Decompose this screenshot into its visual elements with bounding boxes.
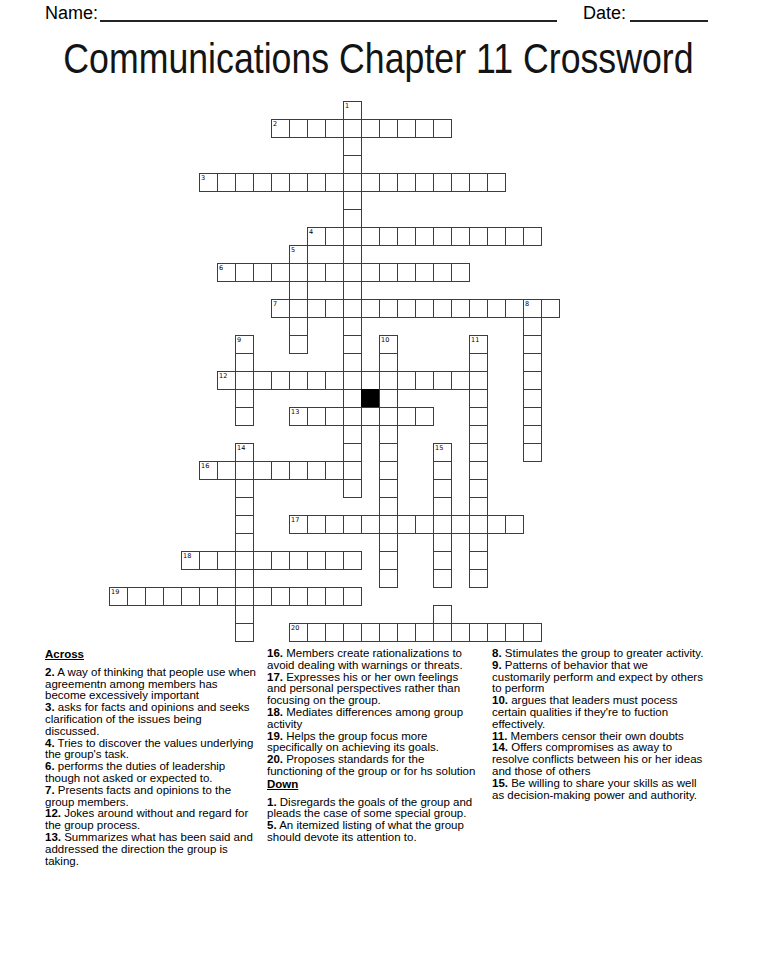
grid-cell[interactable] xyxy=(379,227,398,246)
grid-cell[interactable] xyxy=(343,461,362,480)
cell-number: 4 xyxy=(309,229,313,236)
grid-cell[interactable] xyxy=(415,173,434,192)
grid-cell[interactable] xyxy=(235,515,254,534)
grid-cell[interactable] xyxy=(343,353,362,372)
grid-cell[interactable] xyxy=(433,227,452,246)
cell-number: 9 xyxy=(237,337,241,344)
grid-cell[interactable] xyxy=(433,119,452,138)
grid-cell[interactable] xyxy=(307,623,326,642)
grid-cell[interactable] xyxy=(361,515,380,534)
grid-cell[interactable] xyxy=(469,515,488,534)
grid-cell[interactable] xyxy=(343,425,362,444)
clue-5: 5. An itemized listing of what the group… xyxy=(267,820,479,844)
cell-number: 14 xyxy=(237,445,245,452)
grid-cell[interactable] xyxy=(433,461,452,480)
grid-cell[interactable] xyxy=(361,299,380,318)
grid-cell[interactable] xyxy=(307,515,326,534)
grid-cell[interactable] xyxy=(361,227,380,246)
grid-cell[interactable] xyxy=(235,263,254,282)
grid-cell[interactable] xyxy=(505,623,524,642)
grid-cell[interactable] xyxy=(253,371,272,390)
grid-cell[interactable] xyxy=(271,551,290,570)
grid-cell[interactable] xyxy=(433,371,452,390)
clue-17: 17. Expresses his or her own feelings an… xyxy=(267,672,479,707)
grid-cell[interactable] xyxy=(487,227,506,246)
grid-cell[interactable] xyxy=(289,461,308,480)
grid-cell[interactable] xyxy=(379,299,398,318)
clue-1: 1. Disregards the goals of the group and… xyxy=(267,797,479,821)
cell-number: 1 xyxy=(345,103,349,110)
grid-cell[interactable] xyxy=(469,479,488,498)
grid-cell[interactable] xyxy=(433,515,452,534)
grid-cell[interactable] xyxy=(433,479,452,498)
grid-cell[interactable] xyxy=(307,407,326,426)
grid-cell[interactable] xyxy=(361,623,380,642)
grid-cell[interactable] xyxy=(199,587,218,606)
grid-cell[interactable] xyxy=(469,371,488,390)
grid-cell[interactable] xyxy=(235,569,254,588)
grid-cell[interactable] xyxy=(397,407,416,426)
cell-number: 20 xyxy=(291,625,299,632)
grid-cell[interactable] xyxy=(523,371,542,390)
grid-cell[interactable] xyxy=(415,263,434,282)
grid-cell[interactable] xyxy=(523,425,542,444)
grid-cell[interactable] xyxy=(469,497,488,516)
grid-cell[interactable] xyxy=(289,335,308,354)
across-header: Across xyxy=(45,649,257,661)
grid-cell[interactable] xyxy=(253,263,272,282)
grid-cell[interactable] xyxy=(343,317,362,336)
clue-16: 16. Members create rationalizations to a… xyxy=(267,648,479,672)
cell-number: 8 xyxy=(525,301,529,308)
grid-cell[interactable] xyxy=(325,227,344,246)
grid-cell[interactable] xyxy=(451,299,470,318)
grid-cell[interactable] xyxy=(307,587,326,606)
date-label: Date: xyxy=(583,3,626,24)
clue-14: 14. Offers compromises as away to resolv… xyxy=(492,742,704,777)
grid-cell[interactable] xyxy=(523,353,542,372)
grid-cell[interactable] xyxy=(415,299,434,318)
grid-cell[interactable] xyxy=(325,587,344,606)
grid-cell[interactable] xyxy=(379,371,398,390)
grid-cell[interactable] xyxy=(469,533,488,552)
grid-cell[interactable] xyxy=(217,587,236,606)
grid-cell[interactable] xyxy=(361,371,380,390)
grid-cell[interactable] xyxy=(433,605,452,624)
grid-cell[interactable] xyxy=(523,443,542,462)
grid-cell[interactable] xyxy=(397,263,416,282)
grid-cell[interactable] xyxy=(325,461,344,480)
grid-cell[interactable] xyxy=(379,461,398,480)
grid-cell[interactable] xyxy=(379,497,398,516)
grid-cell[interactable] xyxy=(523,335,542,354)
cell-number: 7 xyxy=(273,301,277,308)
grid-cell[interactable] xyxy=(379,263,398,282)
grid-cell[interactable] xyxy=(487,299,506,318)
grid-cell[interactable] xyxy=(235,623,254,642)
grid-cell[interactable] xyxy=(469,461,488,480)
grid-cell[interactable] xyxy=(379,353,398,372)
cell-number: 2 xyxy=(273,121,277,128)
grid-cell[interactable] xyxy=(361,263,380,282)
grid-cell[interactable] xyxy=(289,317,308,336)
grid-cell[interactable] xyxy=(433,569,452,588)
grid-cell[interactable] xyxy=(343,155,362,174)
grid-cell[interactable] xyxy=(469,389,488,408)
grid-cell[interactable] xyxy=(343,623,362,642)
grid-cell[interactable] xyxy=(289,119,308,138)
grid-cell[interactable] xyxy=(343,281,362,300)
grid-cell[interactable] xyxy=(289,281,308,300)
grid-cell[interactable] xyxy=(235,407,254,426)
grid-cell[interactable] xyxy=(451,515,470,534)
grid-cell[interactable] xyxy=(469,551,488,570)
grid-cell[interactable] xyxy=(397,173,416,192)
grid-cell[interactable] xyxy=(271,371,290,390)
grid-cell[interactable] xyxy=(523,317,542,336)
grid-cell[interactable] xyxy=(289,299,308,318)
grid-cell[interactable] xyxy=(379,533,398,552)
grid-cell[interactable] xyxy=(217,173,236,192)
grid-cell[interactable] xyxy=(343,119,362,138)
grid-cell[interactable] xyxy=(451,263,470,282)
grid-cell[interactable] xyxy=(343,389,362,408)
grid-cell[interactable] xyxy=(343,173,362,192)
clue-column-across: Across2. A way of thinking that people u… xyxy=(45,648,257,867)
crossword-grid: 2346712131617181920158910111415 xyxy=(109,101,561,643)
grid-cell[interactable] xyxy=(307,299,326,318)
grid-cell[interactable] xyxy=(343,551,362,570)
grid-cell[interactable] xyxy=(343,335,362,354)
grid-cell[interactable] xyxy=(235,371,254,390)
clue-9: 9. Patterns of behavior that we customar… xyxy=(492,660,704,695)
grid-cell[interactable] xyxy=(343,263,362,282)
grid-cell[interactable] xyxy=(235,389,254,408)
name-label: Name: xyxy=(45,3,98,24)
grid-cell[interactable] xyxy=(361,173,380,192)
grid-cell[interactable] xyxy=(325,551,344,570)
grid-cell[interactable] xyxy=(469,227,488,246)
grid-cell[interactable] xyxy=(505,227,524,246)
grid-cell[interactable] xyxy=(343,515,362,534)
worksheet-page: Name: Date: Communications Chapter 11 Cr… xyxy=(0,0,757,980)
grid-cell[interactable] xyxy=(307,371,326,390)
grid-cell[interactable] xyxy=(433,173,452,192)
grid-cell[interactable] xyxy=(235,551,254,570)
grid-cell[interactable] xyxy=(415,515,434,534)
grid-cell[interactable] xyxy=(325,119,344,138)
grid-cell[interactable] xyxy=(433,497,452,516)
grid-cell[interactable] xyxy=(235,533,254,552)
grid-cell[interactable] xyxy=(343,245,362,264)
grid-cell[interactable] xyxy=(379,479,398,498)
grid-cell[interactable] xyxy=(397,227,416,246)
grid-cell[interactable] xyxy=(487,173,506,192)
grid-cell[interactable] xyxy=(379,515,398,534)
cell-number: 15 xyxy=(435,445,443,452)
grid-cell[interactable] xyxy=(487,515,506,534)
grid-cell[interactable] xyxy=(433,533,452,552)
grid-cell[interactable] xyxy=(343,227,362,246)
clue-column-middle: 16. Members create rationalizations to a… xyxy=(267,648,479,844)
grid-cell[interactable] xyxy=(523,389,542,408)
grid-cell[interactable] xyxy=(343,443,362,462)
date-fill-line[interactable] xyxy=(630,1,708,22)
grid-cell[interactable] xyxy=(253,551,272,570)
grid-cell[interactable] xyxy=(379,443,398,462)
grid-cell[interactable] xyxy=(235,353,254,372)
grid-cell[interactable] xyxy=(343,371,362,390)
grid-cell[interactable] xyxy=(343,137,362,156)
black-cell xyxy=(361,389,380,408)
grid-cell[interactable] xyxy=(253,173,272,192)
page-title: Communications Chapter 11 Crossword xyxy=(57,34,700,84)
grid-cell[interactable] xyxy=(505,299,524,318)
grid-cell[interactable] xyxy=(397,515,416,534)
grid-cell[interactable] xyxy=(127,587,146,606)
grid-cell[interactable] xyxy=(451,623,470,642)
grid-cell[interactable] xyxy=(505,515,524,534)
grid-cell[interactable] xyxy=(487,623,506,642)
grid-cell[interactable] xyxy=(199,551,218,570)
down-header: Down xyxy=(267,779,479,791)
grid-cell[interactable] xyxy=(325,623,344,642)
grid-cell[interactable] xyxy=(343,299,362,318)
grid-cell[interactable] xyxy=(145,587,164,606)
grid-cell[interactable] xyxy=(307,119,326,138)
grid-cell[interactable] xyxy=(235,173,254,192)
grid-cell[interactable] xyxy=(433,551,452,570)
clue-15: 15. Be willing to share your skills as w… xyxy=(492,778,704,802)
cell-number: 5 xyxy=(291,247,295,254)
grid-cell[interactable] xyxy=(343,407,362,426)
grid-cell[interactable] xyxy=(433,263,452,282)
grid-cell[interactable] xyxy=(469,299,488,318)
grid-cell[interactable] xyxy=(325,263,344,282)
grid-cell[interactable] xyxy=(469,425,488,444)
grid-cell[interactable] xyxy=(379,569,398,588)
name-fill-line[interactable] xyxy=(100,1,557,22)
grid-cell[interactable] xyxy=(523,623,542,642)
grid-cell[interactable] xyxy=(235,497,254,516)
clue-10: 10. argues that leaders must pocess cert… xyxy=(492,695,704,730)
grid-cell[interactable] xyxy=(361,119,380,138)
cell-number: 6 xyxy=(219,265,223,272)
grid-cell[interactable] xyxy=(289,371,308,390)
grid-cell[interactable] xyxy=(379,173,398,192)
grid-cell[interactable] xyxy=(469,353,488,372)
grid-cell[interactable] xyxy=(469,407,488,426)
cell-number: 17 xyxy=(291,517,299,524)
grid-cell[interactable] xyxy=(253,461,272,480)
grid-cell[interactable] xyxy=(415,623,434,642)
grid-cell[interactable] xyxy=(379,389,398,408)
cell-number: 12 xyxy=(219,373,227,380)
grid-cell[interactable] xyxy=(379,425,398,444)
grid-cell[interactable] xyxy=(271,461,290,480)
clue-12: 12. Jokes around without and regard for … xyxy=(45,808,257,832)
cell-number: 13 xyxy=(291,409,299,416)
grid-cell[interactable] xyxy=(523,227,542,246)
grid-cell[interactable] xyxy=(271,587,290,606)
clue-column-down: 8. Stimulates the group to greater activ… xyxy=(492,648,704,801)
cell-number: 18 xyxy=(183,553,191,560)
grid-cell[interactable] xyxy=(289,263,308,282)
grid-cell[interactable] xyxy=(235,605,254,624)
grid-cell[interactable] xyxy=(235,587,254,606)
grid-cell[interactable] xyxy=(289,173,308,192)
grid-cell[interactable] xyxy=(217,461,236,480)
grid-cell[interactable] xyxy=(253,587,272,606)
clue-20: 20. Proposes standards for the functioni… xyxy=(267,754,479,778)
grid-cell[interactable] xyxy=(433,623,452,642)
grid-cell[interactable] xyxy=(469,623,488,642)
grid-cell[interactable] xyxy=(325,299,344,318)
grid-cell[interactable] xyxy=(415,119,434,138)
clue-7: 7. Presents facts and opinions to the gr… xyxy=(45,785,257,809)
grid-cell[interactable] xyxy=(289,587,308,606)
cell-number: 10 xyxy=(381,337,389,344)
grid-cell[interactable] xyxy=(343,209,362,228)
grid-cell[interactable] xyxy=(451,371,470,390)
grid-cell[interactable] xyxy=(379,407,398,426)
grid-cell[interactable] xyxy=(469,173,488,192)
grid-cell[interactable] xyxy=(469,443,488,462)
grid-cell[interactable] xyxy=(451,227,470,246)
clue-18: 18. Mediates differences among group act… xyxy=(267,707,479,731)
grid-cell[interactable] xyxy=(325,371,344,390)
grid-cell[interactable] xyxy=(235,461,254,480)
grid-cell[interactable] xyxy=(271,173,290,192)
grid-cell[interactable] xyxy=(307,263,326,282)
grid-cell[interactable] xyxy=(397,119,416,138)
grid-cell[interactable] xyxy=(343,191,362,210)
clue-2: 2. A way of thinking that people use whe… xyxy=(45,667,257,702)
grid-cell[interactable] xyxy=(307,461,326,480)
cell-number: 16 xyxy=(201,463,209,470)
grid-cell[interactable] xyxy=(271,263,290,282)
grid-cell[interactable] xyxy=(397,299,416,318)
cell-number: 3 xyxy=(201,175,205,182)
grid-cell[interactable] xyxy=(325,407,344,426)
grid-cell[interactable] xyxy=(307,173,326,192)
grid-cell[interactable] xyxy=(325,173,344,192)
grid-cell[interactable] xyxy=(541,299,560,318)
clue-6: 6. performs the duties of leadership tho… xyxy=(45,761,257,785)
grid-cell[interactable] xyxy=(397,371,416,390)
grid-cell[interactable] xyxy=(163,587,182,606)
cell-number: 19 xyxy=(111,589,119,596)
clue-3: 3. asks for facts and opinions and seeks… xyxy=(45,702,257,737)
grid-cell[interactable] xyxy=(289,551,308,570)
grid-cell[interactable] xyxy=(415,371,434,390)
grid-cell[interactable] xyxy=(451,173,470,192)
grid-cell[interactable] xyxy=(343,479,362,498)
cell-number: 11 xyxy=(471,337,479,344)
grid-cell[interactable] xyxy=(415,227,434,246)
grid-cell[interactable] xyxy=(307,551,326,570)
grid-cell[interactable] xyxy=(397,623,416,642)
grid-cell[interactable] xyxy=(343,587,362,606)
grid-cell[interactable] xyxy=(379,119,398,138)
grid-cell[interactable] xyxy=(325,515,344,534)
grid-cell[interactable] xyxy=(235,479,254,498)
grid-cell[interactable] xyxy=(217,551,236,570)
grid-cell[interactable] xyxy=(433,299,452,318)
clue-13: 13. Summarizes what has been said and ad… xyxy=(45,832,257,867)
grid-cell[interactable] xyxy=(181,587,200,606)
grid-cell[interactable] xyxy=(469,569,488,588)
grid-cell[interactable] xyxy=(415,407,434,426)
clue-19: 19. Helps the group focus more specifica… xyxy=(267,731,479,755)
grid-cell[interactable] xyxy=(523,407,542,426)
grid-cell[interactable] xyxy=(379,551,398,570)
clue-4: 4. Tries to discover the values underlyi… xyxy=(45,738,257,762)
grid-cell[interactable] xyxy=(379,623,398,642)
grid-cell[interactable] xyxy=(361,407,380,426)
